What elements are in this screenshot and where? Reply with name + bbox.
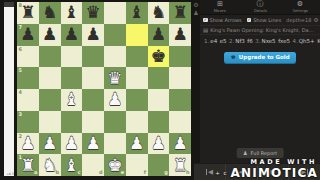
coordinate-rank-label: 4: [19, 90, 22, 95]
black-pawn[interactable]: ♟: [39, 24, 61, 46]
square-d6[interactable]: [82, 46, 104, 68]
square-c5[interactable]: [61, 67, 83, 89]
square-c2[interactable]: ♟: [61, 133, 83, 155]
move-4-white[interactable]: Qh5+: [299, 38, 315, 44]
app-window: +6.5 8♜♞♝♛♝♞♜7♟♟♟♟♟♟6♚5♛4♝♟32♟♟♟♟♟♟♟1a♜b…: [0, 0, 320, 180]
black-pawn[interactable]: ♟: [82, 24, 104, 46]
square-c1[interactable]: c♝: [61, 154, 83, 176]
white-rook[interactable]: ♜: [17, 154, 39, 176]
move-1-white[interactable]: e4: [210, 38, 217, 44]
square-e4[interactable]: ♟: [104, 89, 126, 111]
square-b4[interactable]: [39, 89, 61, 111]
move-2-black[interactable]: f6: [247, 38, 252, 44]
black-rook[interactable]: ♜: [169, 2, 191, 24]
depth-indicator: depth=18 ⚙: [286, 17, 318, 23]
checkbox-show-lines[interactable]: ✓Show Lines: [247, 17, 282, 23]
tab-label: Details: [254, 9, 267, 12]
square-c3[interactable]: [61, 111, 83, 133]
square-c8[interactable]: ♝: [61, 2, 83, 24]
evaluation-score: +6.5: [7, 172, 12, 176]
square-g3[interactable]: [148, 111, 170, 133]
square-e2[interactable]: [104, 133, 126, 155]
square-g6[interactable]: ♚: [148, 46, 170, 68]
square-d4[interactable]: [82, 89, 104, 111]
white-bishop[interactable]: ♝: [61, 154, 83, 176]
white-pawn[interactable]: ♟: [148, 133, 170, 155]
white-pawn[interactable]: ♟: [61, 133, 83, 155]
square-a4[interactable]: 4: [17, 89, 39, 111]
panel-tabs: ⊞MovesⓘDetails⚙Settings: [200, 0, 320, 15]
square-c6[interactable]: [61, 46, 83, 68]
coordinate-rank-label: 5: [19, 68, 22, 73]
analysis-panel: ⊞MovesⓘDetails⚙Settings ✓Show Arrows✓Sho…: [200, 0, 320, 180]
pawn-icon: ♟: [243, 150, 248, 156]
last-icon: ▶: [301, 169, 306, 176]
white-pawn[interactable]: ♟: [39, 133, 61, 155]
checkbox-icon: ✓: [247, 18, 252, 23]
board-controls: ⚙♟: [192, 2, 200, 32]
square-d2[interactable]: ♟: [82, 133, 104, 155]
move-1-black[interactable]: e5: [220, 38, 227, 44]
chess-board[interactable]: 8♜♞♝♛♝♞♜7♟♟♟♟♟♟6♚5♛4♝♟32♟♟♟♟♟♟♟1a♜b♞c♝de…: [17, 2, 191, 176]
square-d7[interactable]: ♟: [82, 24, 104, 46]
black-pawn[interactable]: ♟: [17, 24, 39, 46]
square-g5[interactable]: [148, 67, 170, 89]
info-icon: ⓘ: [257, 1, 264, 8]
square-e7[interactable]: [104, 24, 126, 46]
next-move-button[interactable]: ▶: [258, 164, 290, 180]
square-h4[interactable]: [169, 89, 191, 111]
checkbox-show-arrows[interactable]: ✓Show Arrows: [203, 17, 242, 23]
square-g2[interactable]: ♟: [148, 133, 170, 155]
move-number: 1.: [204, 38, 209, 44]
black-pawn[interactable]: ♟: [148, 24, 170, 46]
black-pawn[interactable]: ♟: [169, 24, 191, 46]
square-b5[interactable]: [39, 67, 61, 89]
crown-icon: ♚: [230, 54, 235, 60]
flip-board-icon[interactable]: ♟: [193, 10, 198, 16]
square-a6[interactable]: 6: [17, 46, 39, 68]
square-h3[interactable]: [169, 111, 191, 133]
square-h5[interactable]: [169, 67, 191, 89]
depth-settings-icon[interactable]: ⚙: [313, 17, 318, 23]
square-b7[interactable]: ♟: [39, 24, 61, 46]
coordinate-rank-label: 3: [19, 112, 22, 117]
move-number: 2.: [229, 38, 234, 44]
square-e1[interactable]: e♚: [104, 154, 126, 176]
square-e6[interactable]: [104, 46, 126, 68]
evaluation-bar: +6.5: [4, 2, 14, 176]
coordinate-file-label: f: [144, 170, 146, 175]
white-queen[interactable]: ♛: [104, 67, 126, 89]
square-g7[interactable]: ♟: [148, 24, 170, 46]
first-move-button[interactable]: ◀: [194, 164, 226, 180]
square-f3[interactable]: [126, 111, 148, 133]
square-f5[interactable]: [126, 67, 148, 89]
checkbox-icon: ✓: [203, 18, 208, 23]
black-knight[interactable]: ♞: [39, 2, 61, 24]
black-bishop[interactable]: ♝: [61, 2, 83, 24]
square-a8[interactable]: 8♜: [17, 2, 39, 24]
coordinate-rank-label: 6: [19, 47, 22, 52]
grid-icon: ⊞: [217, 1, 223, 8]
tab-settings[interactable]: ⚙Settings: [280, 0, 320, 14]
analysis-options-row: ✓Show Arrows✓Show Lines depth=18 ⚙: [200, 15, 320, 25]
square-f1[interactable]: f: [126, 154, 148, 176]
square-a1[interactable]: 1a♜: [17, 154, 39, 176]
square-h6[interactable]: [169, 46, 191, 68]
upgrade-button-label: Upgrade to Gold: [239, 54, 290, 60]
square-f7[interactable]: [126, 24, 148, 46]
square-a3[interactable]: 3: [17, 111, 39, 133]
last-move-button[interactable]: ▶: [289, 164, 320, 180]
square-f4[interactable]: [126, 89, 148, 111]
move-number: 4.: [293, 38, 298, 44]
square-f8[interactable]: ♝: [126, 2, 148, 24]
opening-row[interactable]: ▤ King's Pawn Opening: King's Knight, Da…: [200, 25, 320, 35]
first-icon: ◀: [208, 169, 213, 176]
square-d8[interactable]: ♛: [82, 2, 104, 24]
prev-icon: ◀: [239, 169, 244, 176]
black-bishop[interactable]: ♝: [126, 2, 148, 24]
full-report-label: Full Report: [251, 150, 278, 156]
evaluation-bar-black-portion: [4, 2, 14, 7]
square-b2[interactable]: ♟: [39, 133, 61, 155]
square-a5[interactable]: 5: [17, 67, 39, 89]
checkbox-label: Show Arrows: [210, 17, 242, 23]
opening-book-icon: ▤: [203, 27, 208, 33]
move-number: 3.: [255, 38, 260, 44]
square-a2[interactable]: 2♟: [17, 133, 39, 155]
square-b1[interactable]: b♞: [39, 154, 61, 176]
depth-label: depth=18: [286, 17, 311, 23]
white-bishop[interactable]: ♝: [61, 89, 83, 111]
tab-moves[interactable]: ⊞Moves: [200, 0, 240, 14]
square-d5[interactable]: [82, 67, 104, 89]
coordinate-file-label: d: [99, 170, 103, 175]
checkbox-label: Show Lines: [253, 17, 281, 23]
square-g1[interactable]: g: [148, 154, 170, 176]
white-pawn[interactable]: ♟: [169, 133, 191, 155]
square-c4[interactable]: ♝: [61, 89, 83, 111]
black-queen[interactable]: ♛: [82, 2, 104, 24]
move-3-white[interactable]: Nxe5: [262, 38, 276, 44]
playback-bar: ◀◀▶▶: [194, 163, 320, 180]
square-h8[interactable]: ♜: [169, 2, 191, 24]
square-e5[interactable]: ♛: [104, 67, 126, 89]
square-a7[interactable]: 7♟: [17, 24, 39, 46]
square-f6[interactable]: [126, 46, 148, 68]
square-g8[interactable]: ♞: [148, 2, 170, 24]
tab-label: Moves: [214, 9, 226, 12]
full-report-button[interactable]: ♟ Full Report: [237, 148, 284, 158]
white-pawn[interactable]: ♟: [104, 89, 126, 111]
gear-icon: ⚙: [297, 1, 303, 8]
black-pawn[interactable]: ♟: [61, 24, 83, 46]
square-h1[interactable]: h♜: [169, 154, 191, 176]
move-3-black[interactable]: fxe5: [278, 38, 290, 44]
white-pawn[interactable]: ♟: [82, 133, 104, 155]
next-icon: ▶: [270, 169, 275, 176]
square-h7[interactable]: ♟: [169, 24, 191, 46]
prev-move-button[interactable]: ◀: [226, 164, 258, 180]
square-b3[interactable]: [39, 111, 61, 133]
white-pawn[interactable]: ♟: [17, 133, 39, 155]
opening-name: King's Pawn Opening: King's Knight, Dami…: [210, 27, 317, 33]
square-b8[interactable]: ♞: [39, 2, 61, 24]
black-knight[interactable]: ♞: [148, 2, 170, 24]
white-rook[interactable]: ♜: [169, 154, 191, 176]
white-pawn[interactable]: ♟: [126, 133, 148, 155]
black-rook[interactable]: ♜: [17, 2, 39, 24]
square-f2[interactable]: ♟: [126, 133, 148, 155]
square-e8[interactable]: [104, 2, 126, 24]
white-king[interactable]: ♚: [104, 154, 126, 176]
black-king[interactable]: ♚: [148, 46, 170, 68]
coordinate-file-label: g: [164, 170, 168, 175]
tab-label: Settings: [292, 9, 307, 12]
move-list: 1.e4e52.Nf3f63.Nxe5fxe54.Qh5+Ke75.Qxe5+K…: [200, 35, 320, 48]
white-knight[interactable]: ♞: [39, 154, 61, 176]
square-d1[interactable]: d: [82, 154, 104, 176]
move-2-white[interactable]: Nf3: [235, 38, 245, 44]
tab-details[interactable]: ⓘDetails: [240, 0, 280, 14]
square-d3[interactable]: [82, 111, 104, 133]
square-e3[interactable]: [104, 111, 126, 133]
square-b6[interactable]: [39, 46, 61, 68]
upgrade-button[interactable]: ♚ Upgrade to Gold: [224, 52, 296, 63]
square-h2[interactable]: ♟: [169, 133, 191, 155]
square-g4[interactable]: [148, 89, 170, 111]
square-c7[interactable]: ♟: [61, 24, 83, 46]
last-icon: [307, 169, 308, 175]
gear-icon[interactable]: ⚙: [193, 2, 198, 8]
first-icon: [206, 169, 207, 175]
